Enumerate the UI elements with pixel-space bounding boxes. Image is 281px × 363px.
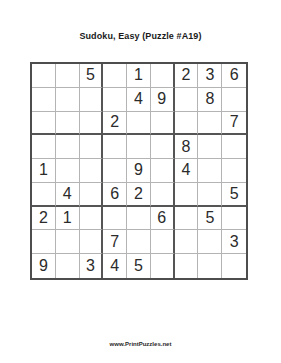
cell-r5c8 — [198, 159, 222, 183]
cell-r9c4: 4 — [103, 254, 127, 278]
cell-r3c5 — [127, 112, 151, 136]
cell-r4c6 — [151, 135, 175, 159]
cell-r2c9 — [222, 88, 246, 112]
cell-r2c1 — [32, 88, 56, 112]
cell-r7c1: 2 — [32, 207, 56, 231]
cell-r1c1 — [32, 64, 56, 88]
cell-r7c5 — [127, 207, 151, 231]
cell-r3c9: 7 — [222, 112, 246, 136]
cell-r8c5 — [127, 230, 151, 254]
cell-r1c2 — [56, 64, 80, 88]
cell-r2c7 — [175, 88, 199, 112]
cell-r6c5: 2 — [127, 183, 151, 207]
cell-r7c2: 1 — [56, 207, 80, 231]
cell-r2c5: 4 — [127, 88, 151, 112]
cell-r7c7 — [175, 207, 199, 231]
cell-r5c4 — [103, 159, 127, 183]
cell-r5c6 — [151, 159, 175, 183]
cell-r9c1: 9 — [32, 254, 56, 278]
cell-r2c2 — [56, 88, 80, 112]
cell-r9c7 — [175, 254, 199, 278]
cell-r8c7 — [175, 230, 199, 254]
cell-r3c6 — [151, 112, 175, 136]
cell-r1c7: 2 — [175, 64, 199, 88]
cell-r5c2 — [56, 159, 80, 183]
cell-r8c2 — [56, 230, 80, 254]
cell-r6c6 — [151, 183, 175, 207]
cell-r2c8: 8 — [198, 88, 222, 112]
cell-r9c9 — [222, 254, 246, 278]
cell-r7c9 — [222, 207, 246, 231]
cell-r6c2: 4 — [56, 183, 80, 207]
cell-r3c8 — [198, 112, 222, 136]
cell-r9c3: 3 — [80, 254, 104, 278]
cell-r8c6 — [151, 230, 175, 254]
cell-r2c6: 9 — [151, 88, 175, 112]
cell-r1c4 — [103, 64, 127, 88]
cell-r2c4 — [103, 88, 127, 112]
cell-r4c3 — [80, 135, 104, 159]
cell-r6c9: 5 — [222, 183, 246, 207]
cell-r4c7: 8 — [175, 135, 199, 159]
page-title: Sudoku, Easy (Puzzle #A19) — [0, 31, 281, 41]
cell-r5c5: 9 — [127, 159, 151, 183]
cell-r5c9 — [222, 159, 246, 183]
cell-r6c7 — [175, 183, 199, 207]
cell-r9c8 — [198, 254, 222, 278]
cell-r8c8 — [198, 230, 222, 254]
cell-r7c8: 5 — [198, 207, 222, 231]
cell-r1c8: 3 — [198, 64, 222, 88]
cell-r9c2 — [56, 254, 80, 278]
cell-r7c4 — [103, 207, 127, 231]
footer-site-url: www.PrintPuzzles.net — [0, 341, 281, 347]
cell-r8c9: 3 — [222, 230, 246, 254]
cell-r8c1 — [32, 230, 56, 254]
cell-r8c4: 7 — [103, 230, 127, 254]
cell-r4c1 — [32, 135, 56, 159]
cell-r5c3 — [80, 159, 104, 183]
cell-r4c9 — [222, 135, 246, 159]
cell-r1c3: 5 — [80, 64, 104, 88]
cell-r4c2 — [56, 135, 80, 159]
cell-r6c1 — [32, 183, 56, 207]
cell-r9c6 — [151, 254, 175, 278]
cell-r1c5: 1 — [127, 64, 151, 88]
cell-r9c5: 5 — [127, 254, 151, 278]
cell-r4c8 — [198, 135, 222, 159]
cell-r3c2 — [56, 112, 80, 136]
cell-r1c9: 6 — [222, 64, 246, 88]
sudoku-board: 5123649827819446252165739345 — [30, 62, 248, 280]
cell-r3c1 — [32, 112, 56, 136]
cell-r6c8 — [198, 183, 222, 207]
cell-r4c5 — [127, 135, 151, 159]
cell-r5c7: 4 — [175, 159, 199, 183]
cell-r4c4 — [103, 135, 127, 159]
cell-r7c3 — [80, 207, 104, 231]
sudoku-page: Sudoku, Easy (Puzzle #A19) 5123649827819… — [0, 0, 281, 363]
cell-r5c1: 1 — [32, 159, 56, 183]
cell-r6c3 — [80, 183, 104, 207]
cell-r7c6: 6 — [151, 207, 175, 231]
cell-r1c6 — [151, 64, 175, 88]
cell-r2c3 — [80, 88, 104, 112]
cell-r8c3 — [80, 230, 104, 254]
cell-r6c4: 6 — [103, 183, 127, 207]
cell-r3c3 — [80, 112, 104, 136]
cell-r3c4: 2 — [103, 112, 127, 136]
cell-r3c7 — [175, 112, 199, 136]
